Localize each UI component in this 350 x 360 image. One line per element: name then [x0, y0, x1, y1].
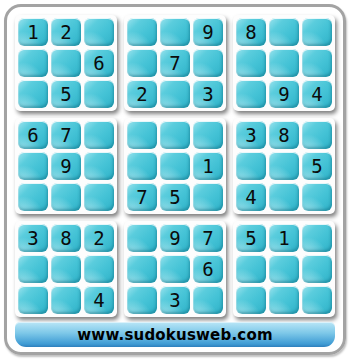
cell-r4c1[interactable]: 6: [18, 121, 48, 149]
cell-r5c4[interactable]: [127, 152, 157, 180]
cell-r1c2[interactable]: 2: [51, 18, 81, 46]
cell-r8c6[interactable]: 6: [193, 255, 223, 283]
cell-r8c8[interactable]: [269, 255, 299, 283]
page-background: 1265972389467917538543824976351 www.sudo…: [0, 0, 350, 360]
cell-r8c7[interactable]: [236, 255, 266, 283]
cell-r7c2[interactable]: 8: [51, 224, 81, 252]
cell-r3c6[interactable]: 3: [193, 80, 223, 108]
cell-r3c1[interactable]: [18, 80, 48, 108]
cell-r6c1[interactable]: [18, 183, 48, 211]
cell-r5c7[interactable]: [236, 152, 266, 180]
cell-r1c3[interactable]: [84, 18, 114, 46]
cell-r8c5[interactable]: [160, 255, 190, 283]
cell-r9c3[interactable]: 4: [84, 286, 114, 314]
cell-r3c2[interactable]: 5: [51, 80, 81, 108]
box-1-1: 1265: [15, 15, 117, 111]
cell-r5c6[interactable]: 1: [193, 152, 223, 180]
cell-r9c7[interactable]: [236, 286, 266, 314]
cell-r6c6[interactable]: [193, 183, 223, 211]
cell-r8c2[interactable]: [51, 255, 81, 283]
cell-r4c4[interactable]: [127, 121, 157, 149]
cell-r8c9[interactable]: [302, 255, 332, 283]
cell-r4c8[interactable]: 8: [269, 121, 299, 149]
box-1-3: 894: [233, 15, 335, 111]
cell-r7c6[interactable]: 7: [193, 224, 223, 252]
board-frame: 1265972389467917538543824976351 www.sudo…: [4, 4, 346, 355]
box-3-1: 3824: [15, 221, 117, 317]
box-3-3: 51: [233, 221, 335, 317]
cell-r2c1[interactable]: [18, 49, 48, 77]
box-2-3: 3854: [233, 118, 335, 214]
cell-r6c9[interactable]: [302, 183, 332, 211]
cell-r2c6[interactable]: [193, 49, 223, 77]
cell-r4c3[interactable]: [84, 121, 114, 149]
cell-r7c7[interactable]: 5: [236, 224, 266, 252]
website-url-link[interactable]: www.sudokusweb.com: [77, 326, 272, 344]
cell-r4c7[interactable]: 3: [236, 121, 266, 149]
cell-r2c4[interactable]: [127, 49, 157, 77]
cell-r5c3[interactable]: [84, 152, 114, 180]
cell-r9c1[interactable]: [18, 286, 48, 314]
cell-r9c6[interactable]: [193, 286, 223, 314]
cell-r4c9[interactable]: [302, 121, 332, 149]
box-2-1: 679: [15, 118, 117, 214]
cell-r7c4[interactable]: [127, 224, 157, 252]
cell-r5c5[interactable]: [160, 152, 190, 180]
cell-r6c5[interactable]: 5: [160, 183, 190, 211]
cell-r1c1[interactable]: 1: [18, 18, 48, 46]
cell-r3c8[interactable]: 9: [269, 80, 299, 108]
cell-r3c4[interactable]: 2: [127, 80, 157, 108]
cell-r5c8[interactable]: [269, 152, 299, 180]
cell-r6c8[interactable]: [269, 183, 299, 211]
cell-r3c5[interactable]: [160, 80, 190, 108]
cell-r6c4[interactable]: 7: [127, 183, 157, 211]
cell-r1c4[interactable]: [127, 18, 157, 46]
cell-r4c6[interactable]: [193, 121, 223, 149]
cell-r9c5[interactable]: 3: [160, 286, 190, 314]
cell-r6c7[interactable]: 4: [236, 183, 266, 211]
cell-r2c2[interactable]: [51, 49, 81, 77]
cell-r2c3[interactable]: 6: [84, 49, 114, 77]
cell-r2c9[interactable]: [302, 49, 332, 77]
cell-r8c1[interactable]: [18, 255, 48, 283]
cell-r5c9[interactable]: 5: [302, 152, 332, 180]
cell-r6c2[interactable]: [51, 183, 81, 211]
cell-r5c1[interactable]: [18, 152, 48, 180]
cell-r9c4[interactable]: [127, 286, 157, 314]
cell-r4c2[interactable]: 7: [51, 121, 81, 149]
footer-bar: www.sudokusweb.com: [15, 322, 335, 347]
cell-r9c2[interactable]: [51, 286, 81, 314]
cell-r8c4[interactable]: [127, 255, 157, 283]
box-2-2: 175: [124, 118, 226, 214]
cell-r7c3[interactable]: 2: [84, 224, 114, 252]
cell-r2c7[interactable]: [236, 49, 266, 77]
cell-r2c5[interactable]: 7: [160, 49, 190, 77]
cell-r1c8[interactable]: [269, 18, 299, 46]
cell-r3c7[interactable]: [236, 80, 266, 108]
cell-r7c9[interactable]: [302, 224, 332, 252]
cell-r3c3[interactable]: [84, 80, 114, 108]
cell-r7c8[interactable]: 1: [269, 224, 299, 252]
cell-r2c8[interactable]: [269, 49, 299, 77]
cell-r7c1[interactable]: 3: [18, 224, 48, 252]
cell-r1c6[interactable]: 9: [193, 18, 223, 46]
cell-r4c5[interactable]: [160, 121, 190, 149]
cell-r3c9[interactable]: 4: [302, 80, 332, 108]
box-1-2: 9723: [124, 15, 226, 111]
cell-r9c8[interactable]: [269, 286, 299, 314]
cell-r1c7[interactable]: 8: [236, 18, 266, 46]
cell-r9c9[interactable]: [302, 286, 332, 314]
cell-r8c3[interactable]: [84, 255, 114, 283]
cell-r6c3[interactable]: [84, 183, 114, 211]
cell-r1c9[interactable]: [302, 18, 332, 46]
cell-r1c5[interactable]: [160, 18, 190, 46]
box-3-2: 9763: [124, 221, 226, 317]
cell-r5c2[interactable]: 9: [51, 152, 81, 180]
sudoku-board: 1265972389467917538543824976351: [15, 15, 335, 317]
cell-r7c5[interactable]: 9: [160, 224, 190, 252]
